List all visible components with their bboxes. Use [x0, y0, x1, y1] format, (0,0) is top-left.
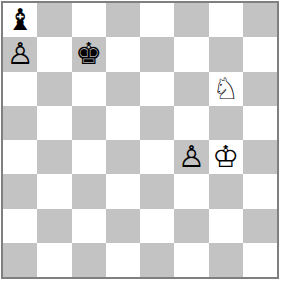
square-c8[interactable]: [72, 3, 106, 37]
square-c3[interactable]: [72, 174, 106, 208]
square-h1[interactable]: [243, 243, 277, 277]
piece-white-king: ♔: [212, 140, 239, 174]
square-g5[interactable]: [209, 106, 243, 140]
square-g8[interactable]: [209, 3, 243, 37]
piece-white-pawn: ♙: [178, 140, 205, 174]
square-a3[interactable]: [3, 174, 37, 208]
square-b3[interactable]: [37, 174, 71, 208]
square-b7[interactable]: [37, 37, 71, 71]
square-h8[interactable]: [243, 3, 277, 37]
square-e2[interactable]: [140, 209, 174, 243]
square-d7[interactable]: [106, 37, 140, 71]
chess-board: ♝♙♚♘♙♔: [3, 3, 277, 277]
square-d5[interactable]: [106, 106, 140, 140]
square-b2[interactable]: [37, 209, 71, 243]
square-e6[interactable]: [140, 72, 174, 106]
square-f3[interactable]: [174, 174, 208, 208]
square-f4[interactable]: ♙: [174, 140, 208, 174]
square-f1[interactable]: [174, 243, 208, 277]
square-h2[interactable]: [243, 209, 277, 243]
square-c6[interactable]: [72, 72, 106, 106]
piece-white-knight: ♘: [212, 72, 239, 106]
square-b4[interactable]: [37, 140, 71, 174]
square-e7[interactable]: [140, 37, 174, 71]
square-h5[interactable]: [243, 106, 277, 140]
square-f2[interactable]: [174, 209, 208, 243]
square-b6[interactable]: [37, 72, 71, 106]
square-c5[interactable]: [72, 106, 106, 140]
square-c4[interactable]: [72, 140, 106, 174]
square-c2[interactable]: [72, 209, 106, 243]
square-d1[interactable]: [106, 243, 140, 277]
chess-diagram: ♝♙♚♘♙♔: [0, 0, 281, 285]
square-d4[interactable]: [106, 140, 140, 174]
square-g7[interactable]: [209, 37, 243, 71]
square-g4[interactable]: ♔: [209, 140, 243, 174]
square-e3[interactable]: [140, 174, 174, 208]
piece-white-pawn: ♙: [7, 37, 34, 71]
square-a1[interactable]: [3, 243, 37, 277]
square-g2[interactable]: [209, 209, 243, 243]
piece-black-king: ♚: [75, 37, 102, 71]
square-e1[interactable]: [140, 243, 174, 277]
square-d2[interactable]: [106, 209, 140, 243]
square-a5[interactable]: [3, 106, 37, 140]
square-h7[interactable]: [243, 37, 277, 71]
square-a4[interactable]: [3, 140, 37, 174]
square-c1[interactable]: [72, 243, 106, 277]
square-e8[interactable]: [140, 3, 174, 37]
square-e4[interactable]: [140, 140, 174, 174]
square-g1[interactable]: [209, 243, 243, 277]
square-g3[interactable]: [209, 174, 243, 208]
square-g6[interactable]: ♘: [209, 72, 243, 106]
square-a6[interactable]: [3, 72, 37, 106]
square-d3[interactable]: [106, 174, 140, 208]
square-f5[interactable]: [174, 106, 208, 140]
square-a8[interactable]: ♝: [3, 3, 37, 37]
piece-black-bishop: ♝: [7, 3, 34, 37]
square-a7[interactable]: ♙: [3, 37, 37, 71]
square-h3[interactable]: [243, 174, 277, 208]
square-d8[interactable]: [106, 3, 140, 37]
square-h4[interactable]: [243, 140, 277, 174]
square-f8[interactable]: [174, 3, 208, 37]
board-frame: ♝♙♚♘♙♔: [1, 1, 279, 279]
square-c7[interactable]: ♚: [72, 37, 106, 71]
square-b1[interactable]: [37, 243, 71, 277]
square-e5[interactable]: [140, 106, 174, 140]
square-b8[interactable]: [37, 3, 71, 37]
square-f6[interactable]: [174, 72, 208, 106]
square-f7[interactable]: [174, 37, 208, 71]
square-b5[interactable]: [37, 106, 71, 140]
square-h6[interactable]: [243, 72, 277, 106]
square-a2[interactable]: [3, 209, 37, 243]
square-d6[interactable]: [106, 72, 140, 106]
